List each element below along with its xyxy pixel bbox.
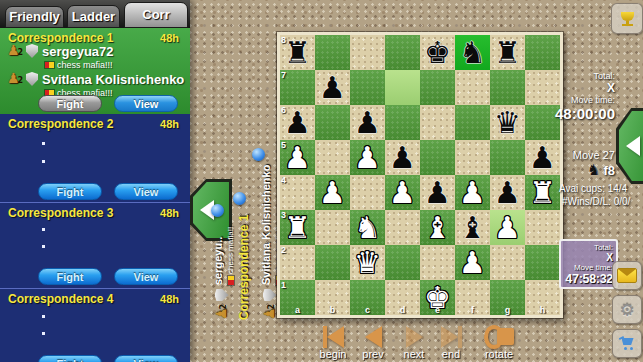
- square-c3[interactable]: ♞: [350, 210, 385, 245]
- trophy-button[interactable]: [611, 3, 643, 34]
- player-clock: Total: X Move time: 47:58:32: [559, 239, 618, 289]
- shopping-cart-icon: [619, 336, 636, 351]
- square-b6[interactable]: [315, 105, 350, 140]
- square-e3[interactable]: ♝: [420, 210, 455, 245]
- player-total-label: Total:: [564, 243, 613, 252]
- player-team: chess mafia!!: [226, 227, 235, 285]
- square-f6[interactable]: [455, 105, 490, 140]
- black-pawn-b7: ♟: [315, 70, 350, 105]
- square-f1[interactable]: f: [455, 280, 490, 315]
- square-g8[interactable]: ♜: [490, 35, 525, 70]
- chess-board: ♜8♚♞♜7♟♟6♟♛♟5♟♟♟4♟♟♟♟♟♜♜3♞♝♝♟2♛♟1abcd♚ef…: [277, 32, 563, 318]
- move-number: Move 27: [545, 149, 615, 161]
- square-c8[interactable]: [350, 35, 385, 70]
- black-knight-icon: ♞: [587, 161, 600, 179]
- trophy-icon: [621, 12, 634, 26]
- settings-button[interactable]: ⚙: [612, 295, 642, 324]
- available-cups-stat: Avai cups: 14/4: [559, 183, 627, 194]
- game-entry-time-limit: 48h: [160, 32, 179, 44]
- square-f8[interactable]: ♞: [455, 35, 490, 70]
- rank-label-3: 3: [281, 210, 286, 220]
- prev-button[interactable]: prev: [350, 325, 396, 360]
- player-name: Svitlana Kolisnichenko: [42, 72, 184, 87]
- black-rook-g8: ♜: [490, 35, 525, 70]
- fight-button[interactable]: Fight: [38, 183, 102, 200]
- square-e2[interactable]: [420, 245, 455, 280]
- player-row: ♟2 Svitlana Kolisnichenko: [7, 71, 184, 87]
- fight-button[interactable]: Fight: [38, 95, 102, 112]
- square-b8[interactable]: [315, 35, 350, 70]
- file-label-b: b: [330, 305, 336, 315]
- previous-move-icon: [350, 325, 396, 348]
- pawn-rank-badge-icon: ♟2: [214, 305, 230, 320]
- team-flag-icon: [45, 62, 54, 68]
- chess-board-squares: ♜8♚♞♜7♟♟6♟♛♟5♟♟♟4♟♟♟♟♟♜♜3♞♝♝♟2♛♟1abcd♚ef…: [280, 35, 560, 315]
- square-g7[interactable]: [490, 70, 525, 105]
- square-c6[interactable]: ♟: [350, 105, 385, 140]
- view-button[interactable]: View: [114, 355, 178, 362]
- player-total-value: X: [564, 252, 613, 263]
- game-entry-title: Correspondence 2: [8, 117, 113, 131]
- game-entry-time-limit: 48h: [160, 118, 179, 130]
- tab-corr[interactable]: Corr: [124, 2, 188, 28]
- tab-friendly[interactable]: Friendly: [5, 6, 64, 28]
- black-king-e8: ♚: [420, 35, 455, 70]
- player-name: sergeyu..: [212, 237, 224, 285]
- file-label-d: d: [400, 305, 406, 315]
- opponent-total-value: X: [545, 81, 615, 95]
- empty-player-bullet: [42, 228, 45, 231]
- square-b2[interactable]: [315, 245, 350, 280]
- sideways-game-label: Correspondence 1: [237, 215, 251, 320]
- messages-button[interactable]: [612, 261, 642, 290]
- view-button[interactable]: View: [114, 183, 178, 200]
- empty-player-bullet: [42, 160, 45, 163]
- square-c7[interactable]: [350, 70, 385, 105]
- square-f2[interactable]: ♟: [455, 245, 490, 280]
- game-entry-correspondence-2[interactable]: Correspondence 2 48h Fight View: [0, 114, 190, 203]
- file-label-h: h: [540, 305, 546, 315]
- game-entry-time-limit: 48h: [160, 293, 179, 305]
- empty-player-bullet: [42, 245, 45, 248]
- white-pawn-b4: ♟: [315, 175, 350, 210]
- square-g5[interactable]: [490, 140, 525, 175]
- white-pawn-f4: ♟: [455, 175, 490, 210]
- game-entry-title: Correspondence 4: [8, 292, 113, 306]
- square-b4[interactable]: ♟: [315, 175, 350, 210]
- square-h3[interactable]: [525, 210, 560, 245]
- fight-button[interactable]: Fight: [38, 268, 102, 285]
- last-move-square: f8: [603, 163, 615, 178]
- fight-button[interactable]: Fight: [38, 355, 102, 362]
- shield-icon: [26, 44, 38, 58]
- player-name: sergeyua72: [42, 44, 114, 59]
- arrow-left-icon: [626, 136, 640, 156]
- square-h1[interactable]: h: [525, 280, 560, 315]
- opponent-move-time-value: 48:00:00: [545, 105, 615, 122]
- player-move-time-label: Move time:: [564, 263, 613, 272]
- move-info: Move 27 ♞ f8: [545, 149, 615, 179]
- white-rook-h4: ♜: [525, 175, 560, 210]
- chess-app-screen: { "tabs": [ {"label": "Friendly", "selec…: [0, 0, 643, 362]
- shield-icon: [215, 289, 229, 301]
- collapse-right-panel-button[interactable]: [616, 108, 643, 184]
- game-entry-correspondence-4[interactable]: Correspondence 4 48h Fight View: [0, 289, 190, 362]
- empty-player-bullet: [42, 142, 45, 145]
- pawn-rank-badge-icon: ♟2: [7, 43, 22, 59]
- black-pawn-c6: ♟: [350, 105, 385, 140]
- square-d4[interactable]: ♟: [385, 175, 420, 210]
- rotate-button[interactable]: rotate: [476, 325, 522, 360]
- square-d8[interactable]: [385, 35, 420, 70]
- black-pawn-e4: ♟: [420, 175, 455, 210]
- square-d2[interactable]: [385, 245, 420, 280]
- square-h8[interactable]: [525, 35, 560, 70]
- square-c2[interactable]: ♛: [350, 245, 385, 280]
- rank-label-7: 7: [281, 70, 286, 80]
- rank-label-6: 6: [281, 105, 286, 115]
- square-b1[interactable]: b: [315, 280, 350, 315]
- square-a2[interactable]: 2: [280, 245, 315, 280]
- wins-draws-losses-stat: #Wins/D/L: 0/0/: [562, 196, 630, 207]
- rotate-board-icon: [476, 325, 522, 348]
- white-pawn-f2: ♟: [455, 245, 490, 280]
- square-a4[interactable]: 4: [280, 175, 315, 210]
- shield-icon: [26, 72, 38, 86]
- black-queen-g6: ♛: [490, 105, 525, 140]
- square-d7[interactable]: [385, 70, 420, 105]
- square-g2[interactable]: [490, 245, 525, 280]
- pawn-rank-badge-icon: ♟2: [262, 305, 278, 320]
- tab-ladder[interactable]: Ladder: [67, 5, 120, 28]
- square-f4[interactable]: ♟: [455, 175, 490, 210]
- square-d1[interactable]: d: [385, 280, 420, 315]
- rank-label-8: 8: [281, 35, 286, 45]
- square-g3[interactable]: ♟: [490, 210, 525, 245]
- skip-to-end-icon: [428, 325, 474, 348]
- square-g1[interactable]: g: [490, 280, 525, 315]
- game-entry-title: Correspondence 3: [8, 206, 113, 220]
- white-bishop-e3: ♝: [420, 210, 455, 245]
- square-d6[interactable]: [385, 105, 420, 140]
- opponent-move-time-label: Move time:: [545, 95, 615, 105]
- square-e6[interactable]: [420, 105, 455, 140]
- view-button[interactable]: View: [114, 95, 178, 112]
- square-a8[interactable]: ♜8: [280, 35, 315, 70]
- game-entry-correspondence-3[interactable]: Correspondence 3 48h Fight View: [0, 203, 190, 289]
- player-team-row: chess mafia!!!: [45, 60, 113, 70]
- square-e1[interactable]: ♚e: [420, 280, 455, 315]
- white-pawn-c5: ♟: [350, 140, 385, 175]
- pawn-rank-badge-icon: ♟2: [7, 71, 22, 87]
- square-a5[interactable]: ♟5: [280, 140, 315, 175]
- opponent-clock: Total: X Move time: 48:00:00: [545, 71, 615, 122]
- opponent-total-label: Total:: [545, 71, 615, 81]
- square-f5[interactable]: [455, 140, 490, 175]
- file-label-a: a: [295, 305, 300, 315]
- rank-label-1: 1: [281, 280, 286, 290]
- envelope-icon: [617, 268, 637, 283]
- square-f7[interactable]: [455, 70, 490, 105]
- team-flag-icon: [228, 276, 234, 285]
- square-b7[interactable]: ♟: [315, 70, 350, 105]
- square-d3[interactable]: [385, 210, 420, 245]
- square-a1[interactable]: 1a: [280, 280, 315, 315]
- game-entry-correspondence-1[interactable]: Correspondence 1 48h ♟2 sergeyua72 chess…: [0, 28, 190, 114]
- square-h2[interactable]: [525, 245, 560, 280]
- square-a7[interactable]: 7: [280, 70, 315, 105]
- square-a3[interactable]: ♜3: [280, 210, 315, 245]
- view-button[interactable]: View: [114, 268, 178, 285]
- team-name: chess mafia!!!: [57, 60, 113, 70]
- file-label-e: e: [435, 305, 440, 315]
- file-label-f: f: [471, 305, 474, 315]
- square-h4[interactable]: ♜: [525, 175, 560, 210]
- player-status-icon: [252, 148, 265, 161]
- white-pawn-d4: ♟: [385, 175, 420, 210]
- black-knight-f8: ♞: [455, 35, 490, 70]
- square-g6[interactable]: ♛: [490, 105, 525, 140]
- square-c1[interactable]: c: [350, 280, 385, 315]
- rank-label-4: 4: [281, 175, 286, 185]
- last-move: ♞ f8: [545, 161, 615, 179]
- rank-label-2: 2: [281, 245, 286, 255]
- square-e8[interactable]: ♚: [420, 35, 455, 70]
- square-c4[interactable]: [350, 175, 385, 210]
- white-queen-c2: ♛: [350, 245, 385, 280]
- end-button[interactable]: end: [428, 325, 474, 360]
- shield-icon: [263, 289, 277, 301]
- square-e7[interactable]: [420, 70, 455, 105]
- player-move-time-value: 47:58:32: [564, 272, 613, 286]
- player-status-icon: [211, 204, 224, 217]
- game-status-icon: [233, 192, 246, 205]
- gear-icon: ⚙: [619, 300, 634, 320]
- sideways-top-player-label: ♟2 sergeyu.. chess mafia!!: [208, 227, 235, 320]
- player-row: ♟2 sergeyua72: [7, 43, 114, 59]
- square-c5[interactable]: ♟: [350, 140, 385, 175]
- square-f3[interactable]: ♝: [455, 210, 490, 245]
- black-pawn-g4: ♟: [490, 175, 525, 210]
- tab-bar: Friendly Ladder Corr: [0, 0, 190, 28]
- file-label-c: c: [365, 305, 370, 315]
- square-b5[interactable]: [315, 140, 350, 175]
- games-list-panel: Friendly Ladder Corr Correspondence 1 48…: [0, 0, 190, 362]
- square-d5[interactable]: ♟: [385, 140, 420, 175]
- empty-player-bullet: [42, 332, 45, 335]
- square-b3[interactable]: [315, 210, 350, 245]
- square-e5[interactable]: [420, 140, 455, 175]
- white-pawn-g3: ♟: [490, 210, 525, 245]
- square-g4[interactable]: ♟: [490, 175, 525, 210]
- square-e4[interactable]: ♟: [420, 175, 455, 210]
- empty-player-bullet: [42, 315, 45, 318]
- game-entry-time-limit: 48h: [160, 207, 179, 219]
- black-bishop-f3: ♝: [455, 210, 490, 245]
- square-a6[interactable]: ♟6: [280, 105, 315, 140]
- rank-label-5: 5: [281, 140, 286, 150]
- player-name: Svitlana Kolisnichenko: [260, 165, 272, 285]
- white-knight-c3: ♞: [350, 210, 385, 245]
- file-label-g: g: [505, 305, 511, 315]
- shop-button[interactable]: [612, 329, 642, 358]
- black-pawn-d5: ♟: [385, 140, 420, 175]
